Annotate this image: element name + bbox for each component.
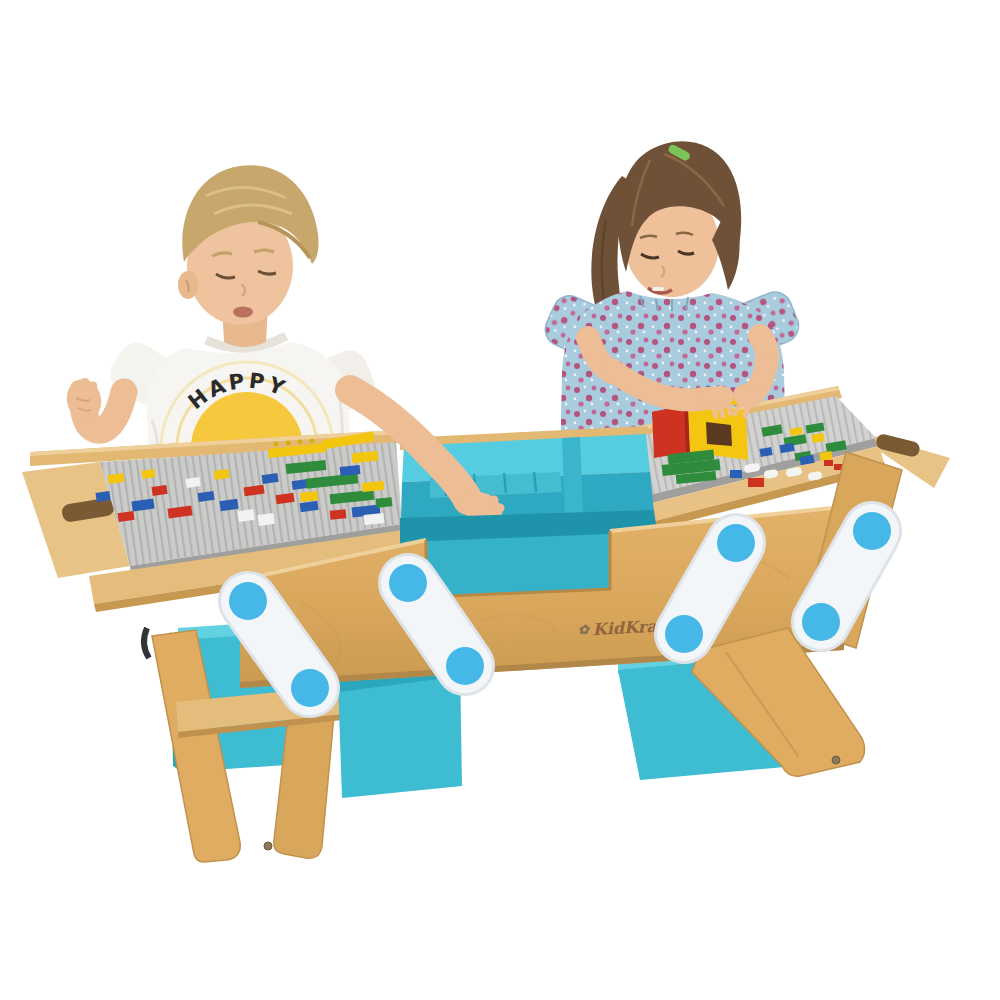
latch-bracket <box>144 628 149 658</box>
girl-head <box>618 141 741 297</box>
boy-left-arm <box>63 376 124 430</box>
logo-flower-icon: ✿ <box>578 622 590 637</box>
boy-head <box>178 165 319 325</box>
house-window <box>706 422 732 446</box>
screw <box>264 842 272 850</box>
screw <box>832 756 840 764</box>
product-photo: HAPPY <box>0 0 1000 1000</box>
boy-mouth <box>233 307 253 318</box>
